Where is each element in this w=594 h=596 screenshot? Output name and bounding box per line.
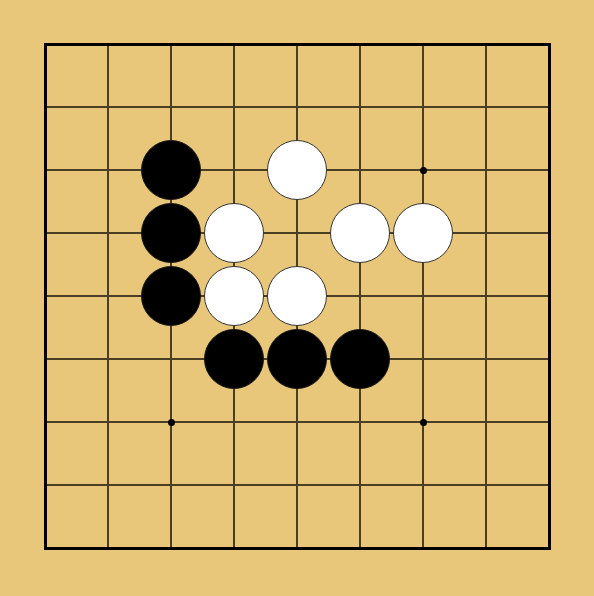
black-stone [267,329,327,389]
point-G6[interactable] [392,202,455,265]
white-stone [204,266,264,326]
point-E9[interactable] [266,13,329,76]
point-H5[interactable] [455,265,518,328]
point-J7[interactable] [518,139,581,202]
black-stone [141,203,201,263]
point-D3[interactable] [203,391,266,454]
point-D6[interactable] [203,202,266,265]
point-H4[interactable] [455,328,518,391]
point-B2[interactable] [77,454,140,517]
point-F6[interactable] [329,202,392,265]
point-D9[interactable] [203,13,266,76]
point-B4[interactable] [77,328,140,391]
point-H1[interactable] [455,517,518,580]
white-stone [204,203,264,263]
point-E5[interactable] [266,265,329,328]
point-A3[interactable] [14,391,77,454]
point-E4[interactable] [266,328,329,391]
go-board [0,0,594,596]
point-A8[interactable] [14,76,77,139]
point-C6[interactable] [140,202,203,265]
point-G7[interactable] [392,139,455,202]
point-F1[interactable] [329,517,392,580]
point-B7[interactable] [77,139,140,202]
point-F8[interactable] [329,76,392,139]
point-G3[interactable] [392,391,455,454]
point-E8[interactable] [266,76,329,139]
point-A5[interactable] [14,265,77,328]
point-E7[interactable] [266,139,329,202]
point-D7[interactable] [203,139,266,202]
point-C2[interactable] [140,454,203,517]
point-G8[interactable] [392,76,455,139]
point-C5[interactable] [140,265,203,328]
point-H9[interactable] [455,13,518,76]
black-stone [330,329,390,389]
point-B8[interactable] [77,76,140,139]
point-F9[interactable] [329,13,392,76]
white-stone [267,140,327,200]
point-F7[interactable] [329,139,392,202]
point-A9[interactable] [14,13,77,76]
point-A4[interactable] [14,328,77,391]
point-B3[interactable] [77,391,140,454]
point-C7[interactable] [140,139,203,202]
point-B5[interactable] [77,265,140,328]
stones-grid [14,13,581,580]
white-stone [267,266,327,326]
point-J6[interactable] [518,202,581,265]
point-A7[interactable] [14,139,77,202]
point-D2[interactable] [203,454,266,517]
point-J2[interactable] [518,454,581,517]
point-G5[interactable] [392,265,455,328]
point-E6[interactable] [266,202,329,265]
point-H8[interactable] [455,76,518,139]
point-D8[interactable] [203,76,266,139]
point-J8[interactable] [518,76,581,139]
point-G2[interactable] [392,454,455,517]
point-J9[interactable] [518,13,581,76]
point-J3[interactable] [518,391,581,454]
point-H7[interactable] [455,139,518,202]
point-C3[interactable] [140,391,203,454]
white-stone [393,203,453,263]
point-B1[interactable] [77,517,140,580]
point-C9[interactable] [140,13,203,76]
point-A1[interactable] [14,517,77,580]
point-G1[interactable] [392,517,455,580]
point-B9[interactable] [77,13,140,76]
point-J4[interactable] [518,328,581,391]
point-A2[interactable] [14,454,77,517]
point-B6[interactable] [77,202,140,265]
point-H3[interactable] [455,391,518,454]
white-stone [330,203,390,263]
point-F5[interactable] [329,265,392,328]
point-G9[interactable] [392,13,455,76]
point-J5[interactable] [518,265,581,328]
point-D1[interactable] [203,517,266,580]
point-D4[interactable] [203,328,266,391]
point-G4[interactable] [392,328,455,391]
point-C8[interactable] [140,76,203,139]
point-F4[interactable] [329,328,392,391]
black-stone [204,329,264,389]
point-C4[interactable] [140,328,203,391]
point-A6[interactable] [14,202,77,265]
point-D5[interactable] [203,265,266,328]
point-E3[interactable] [266,391,329,454]
point-E2[interactable] [266,454,329,517]
point-C1[interactable] [140,517,203,580]
point-F2[interactable] [329,454,392,517]
black-stone [141,266,201,326]
point-F3[interactable] [329,391,392,454]
point-H6[interactable] [455,202,518,265]
point-E1[interactable] [266,517,329,580]
point-H2[interactable] [455,454,518,517]
black-stone [141,140,201,200]
point-J1[interactable] [518,517,581,580]
